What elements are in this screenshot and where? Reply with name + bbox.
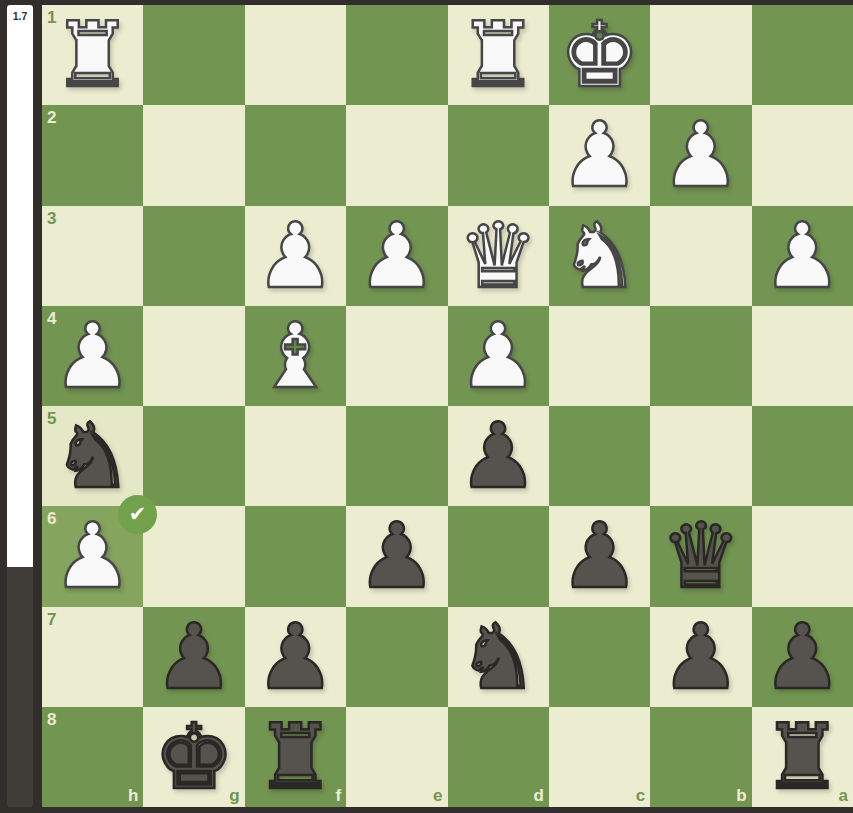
square-e1[interactable] — [346, 5, 447, 105]
square-a5[interactable] — [752, 406, 853, 506]
rank-label-8: 8 — [47, 711, 56, 728]
square-h7[interactable]: 7 — [42, 607, 143, 707]
square-c3[interactable]: ♞ — [549, 206, 650, 306]
square-f8[interactable]: ♜f — [245, 707, 346, 807]
square-c7[interactable] — [549, 607, 650, 707]
black-knight-h5[interactable]: ♞ — [52, 411, 133, 501]
square-e7[interactable] — [346, 607, 447, 707]
square-f3[interactable]: ♟ — [245, 206, 346, 306]
white-pawn-h4[interactable]: ♟ — [52, 311, 133, 401]
square-d7[interactable]: ♞ — [448, 607, 549, 707]
white-pawn-d4[interactable]: ♟ — [458, 311, 539, 401]
square-g1[interactable] — [143, 5, 244, 105]
square-f4[interactable]: ♝ — [245, 306, 346, 406]
square-c6[interactable]: ♟ — [549, 506, 650, 606]
square-d3[interactable]: ♛ — [448, 206, 549, 306]
file-label-f: f — [335, 787, 341, 804]
black-queen-b6[interactable]: ♛ — [661, 511, 742, 601]
white-rook-d1[interactable]: ♜ — [458, 10, 539, 100]
black-pawn-a7[interactable]: ♟ — [762, 612, 843, 702]
square-b3[interactable] — [650, 206, 751, 306]
rank-label-4: 4 — [47, 310, 56, 327]
square-b7[interactable]: ♟ — [650, 607, 751, 707]
square-e3[interactable]: ♟ — [346, 206, 447, 306]
white-pawn-c2[interactable]: ♟ — [559, 110, 640, 200]
white-rook-h1[interactable]: ♜ — [52, 10, 133, 100]
black-pawn-f7[interactable]: ♟ — [255, 612, 336, 702]
file-label-d: d — [533, 787, 543, 804]
square-g4[interactable] — [143, 306, 244, 406]
square-a3[interactable]: ♟ — [752, 206, 853, 306]
square-h3[interactable]: 3 — [42, 206, 143, 306]
file-label-e: e — [433, 787, 442, 804]
square-c4[interactable] — [549, 306, 650, 406]
square-b5[interactable] — [650, 406, 751, 506]
rank-label-2: 2 — [47, 109, 56, 126]
square-d5[interactable]: ♟ — [448, 406, 549, 506]
square-d2[interactable] — [448, 105, 549, 205]
square-e4[interactable] — [346, 306, 447, 406]
file-label-b: b — [736, 787, 746, 804]
square-g3[interactable] — [143, 206, 244, 306]
square-g8[interactable]: ♚g — [143, 707, 244, 807]
check-icon: ✔ — [129, 504, 147, 525]
square-a1[interactable] — [752, 5, 853, 105]
square-b2[interactable]: ♟ — [650, 105, 751, 205]
black-rook-a8[interactable]: ♜ — [762, 712, 843, 802]
square-d6[interactable] — [448, 506, 549, 606]
square-f2[interactable] — [245, 105, 346, 205]
square-c5[interactable] — [549, 406, 650, 506]
file-label-h: h — [128, 787, 138, 804]
square-a4[interactable] — [752, 306, 853, 406]
file-label-a: a — [839, 787, 848, 804]
square-f7[interactable]: ♟ — [245, 607, 346, 707]
black-king-g8[interactable]: ♚ — [154, 712, 235, 802]
black-pawn-b7[interactable]: ♟ — [661, 612, 742, 702]
square-e5[interactable] — [346, 406, 447, 506]
evaluation-value: 1.7 — [7, 10, 33, 22]
square-b6[interactable]: ♛ — [650, 506, 751, 606]
square-h5[interactable]: ♞5 — [42, 406, 143, 506]
square-f6[interactable] — [245, 506, 346, 606]
white-pawn-e3[interactable]: ♟ — [356, 211, 437, 301]
square-g7[interactable]: ♟ — [143, 607, 244, 707]
square-h1[interactable]: ♜1 — [42, 5, 143, 105]
square-d4[interactable]: ♟ — [448, 306, 549, 406]
black-pawn-d5[interactable]: ♟ — [458, 411, 539, 501]
black-pawn-c6[interactable]: ♟ — [559, 511, 640, 601]
square-a7[interactable]: ♟ — [752, 607, 853, 707]
white-pawn-a3[interactable]: ♟ — [762, 211, 843, 301]
square-f5[interactable] — [245, 406, 346, 506]
white-bishop-f4[interactable]: ♝ — [255, 311, 336, 401]
square-e6[interactable]: ♟ — [346, 506, 447, 606]
square-a2[interactable] — [752, 105, 853, 205]
white-knight-c3[interactable]: ♞ — [559, 211, 640, 301]
square-e2[interactable] — [346, 105, 447, 205]
square-c1[interactable]: ♚ — [549, 5, 650, 105]
square-g6[interactable] — [143, 506, 244, 606]
evaluation-bar: 1.7 — [7, 5, 33, 807]
square-a8[interactable]: ♜a — [752, 707, 853, 807]
square-a6[interactable] — [752, 506, 853, 606]
square-g5[interactable] — [143, 406, 244, 506]
square-h8[interactable]: 8h — [42, 707, 143, 807]
square-b8[interactable]: b — [650, 707, 751, 807]
black-rook-f8[interactable]: ♜ — [255, 712, 336, 802]
rank-label-7: 7 — [47, 611, 56, 628]
rank-label-3: 3 — [47, 210, 56, 227]
square-h4[interactable]: ♟4 — [42, 306, 143, 406]
square-b1[interactable] — [650, 5, 751, 105]
black-pawn-g7[interactable]: ♟ — [154, 612, 235, 702]
square-h2[interactable]: 2 — [42, 105, 143, 205]
white-queen-d3[interactable]: ♛ — [458, 211, 539, 301]
black-knight-d7[interactable]: ♞ — [458, 612, 539, 702]
square-b4[interactable] — [650, 306, 751, 406]
chess-board[interactable]: ♜1♜♚2♟♟3♟♟♛♞♟♟4♝♟♞5♟♟6♟♟♛7♟♟♞♟♟8h♚g♜fedc… — [42, 5, 853, 807]
evaluation-bar-white-portion — [7, 5, 33, 567]
square-d1[interactable]: ♜ — [448, 5, 549, 105]
square-c8[interactable]: c — [549, 707, 650, 807]
rank-label-5: 5 — [47, 410, 56, 427]
black-pawn-e6[interactable]: ♟ — [356, 511, 437, 601]
white-pawn-f3[interactable]: ♟ — [255, 211, 336, 301]
file-label-g: g — [229, 787, 239, 804]
rank-label-1: 1 — [47, 9, 56, 26]
rank-label-6: 6 — [47, 510, 56, 527]
white-king-c1[interactable]: ♚ — [559, 10, 640, 100]
square-d8[interactable]: d — [448, 707, 549, 807]
file-label-c: c — [636, 787, 645, 804]
square-g2[interactable] — [143, 105, 244, 205]
page: 1.7 ♜1♜♚2♟♟3♟♟♛♞♟♟4♝♟♞5♟♟6♟♟♛7♟♟♞♟♟8h♚g♜… — [0, 0, 853, 813]
white-pawn-b2[interactable]: ♟ — [661, 110, 742, 200]
square-c2[interactable]: ♟ — [549, 105, 650, 205]
square-f1[interactable] — [245, 5, 346, 105]
square-e8[interactable]: e — [346, 707, 447, 807]
best-move-badge: ✔ — [118, 495, 157, 534]
